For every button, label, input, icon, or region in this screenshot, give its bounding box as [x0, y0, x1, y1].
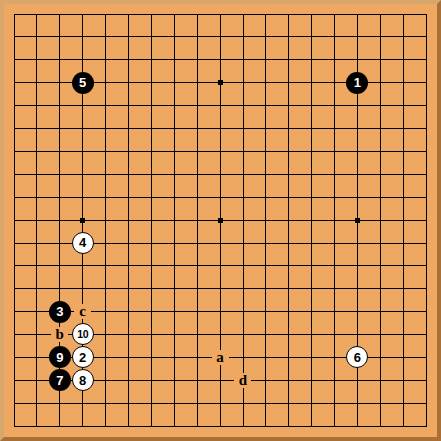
stone-white-6: 6 — [346, 346, 368, 368]
point-label-d: d — [234, 373, 251, 388]
move-number: 10 — [77, 329, 88, 340]
move-number: 7 — [56, 374, 63, 387]
stone-white-4: 4 — [72, 232, 94, 254]
point-label-b: b — [51, 327, 68, 342]
move-number: 4 — [79, 236, 86, 249]
move-number: 9 — [56, 351, 63, 364]
stone-white-8: 8 — [72, 369, 94, 391]
point-label-c: c — [74, 304, 91, 319]
move-number: 3 — [56, 305, 63, 318]
move-number: 8 — [79, 374, 86, 387]
move-number: 2 — [79, 351, 86, 364]
intersections: 12345678910abcd — [3, 3, 438, 438]
move-number: 1 — [354, 76, 361, 89]
stone-white-10: 10 — [72, 323, 94, 345]
stone-black-5: 5 — [72, 72, 94, 94]
stone-black-7: 7 — [49, 369, 71, 391]
move-number: 6 — [354, 351, 361, 364]
stone-black-9: 9 — [49, 346, 71, 368]
go-board: 12345678910abcd — [0, 0, 441, 441]
move-number: 5 — [79, 76, 86, 89]
stone-white-2: 2 — [72, 346, 94, 368]
point-label-a: a — [212, 350, 229, 365]
stone-black-1: 1 — [346, 72, 368, 94]
stone-black-3: 3 — [49, 301, 71, 323]
